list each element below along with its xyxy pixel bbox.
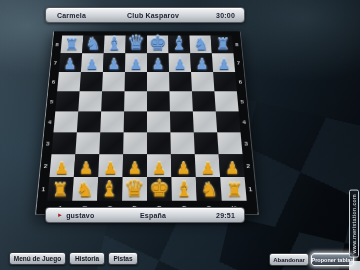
square-h5[interactable] (214, 91, 238, 111)
player-name: gustavo (66, 212, 94, 219)
piece-blue-pawn: ♟ (147, 57, 169, 71)
piece-gold-bishop: ♝ (97, 179, 122, 200)
square-c8[interactable]: ♝ (104, 35, 126, 53)
square-f6[interactable] (169, 72, 192, 91)
opponent-location: Club Kasparov (117, 12, 189, 19)
square-f2[interactable]: ♟ (171, 154, 196, 177)
square-d4[interactable] (124, 111, 147, 132)
square-g1[interactable]: ♞ (196, 177, 222, 201)
piece-gold-queen: ♛ (122, 177, 147, 200)
square-g2[interactable]: ♟ (195, 154, 220, 177)
rank-label-6: 6 (235, 72, 246, 91)
square-a5[interactable] (55, 91, 79, 111)
piece-gold-knight: ♞ (72, 180, 97, 199)
square-d8[interactable]: ♛ (125, 35, 147, 53)
piece-blue-pawn: ♟ (213, 57, 235, 71)
square-f4[interactable] (170, 111, 194, 132)
player-location: España (117, 212, 189, 219)
piece-gold-rook: ♜ (222, 181, 247, 199)
square-h1[interactable]: ♜ (220, 177, 247, 201)
square-a6[interactable] (57, 72, 81, 91)
square-g5[interactable] (192, 91, 216, 111)
square-b6[interactable] (80, 72, 103, 91)
square-d7[interactable]: ♟ (125, 53, 147, 72)
piece-blue-pawn: ♟ (81, 57, 103, 71)
square-e8[interactable]: ♚ (147, 35, 169, 53)
opponent-bar: Carmela Club Kasparov 30:00 (45, 7, 245, 23)
square-a2[interactable]: ♟ (49, 154, 75, 177)
square-c7[interactable]: ♟ (103, 53, 125, 72)
square-e3[interactable] (147, 132, 171, 154)
square-b5[interactable] (78, 91, 102, 111)
opponent-clock: 30:00 (189, 12, 244, 19)
piece-gold-king: ♚ (147, 177, 172, 200)
square-g8[interactable]: ♞ (189, 35, 211, 53)
watermark-logo-fragment (349, 261, 360, 270)
square-f7[interactable]: ♟ (169, 53, 191, 72)
opponent-name: Carmela (46, 12, 117, 19)
piece-blue-queen: ♛ (125, 33, 147, 53)
piece-blue-bishop: ♝ (104, 35, 126, 53)
square-c2[interactable]: ♟ (98, 154, 123, 177)
square-c5[interactable] (101, 91, 124, 111)
square-g7[interactable]: ♟ (190, 53, 213, 72)
piece-gold-knight: ♞ (197, 180, 222, 199)
offer-draw-button[interactable]: Proponer tablas (311, 253, 354, 266)
square-c4[interactable] (100, 111, 124, 132)
piece-blue-pawn: ♟ (59, 57, 81, 71)
square-a8[interactable]: ♜ (61, 35, 84, 53)
square-g3[interactable] (194, 132, 219, 154)
square-a1[interactable]: ♜ (47, 177, 74, 201)
piece-blue-king: ♚ (147, 33, 169, 53)
square-g4[interactable] (193, 111, 217, 132)
square-a3[interactable] (51, 132, 76, 154)
rank-label-7: 7 (233, 53, 243, 72)
square-e7[interactable]: ♟ (147, 53, 169, 72)
player-bar: ► gustavo España 29:51 (45, 207, 245, 223)
square-d5[interactable] (124, 91, 147, 111)
hints-button[interactable]: Pistas (108, 252, 138, 265)
square-h8[interactable]: ♜ (211, 35, 234, 53)
piece-blue-knight: ♞ (190, 36, 212, 53)
piece-gold-rook: ♜ (47, 181, 72, 199)
piece-blue-pawn: ♟ (191, 57, 213, 71)
square-f1[interactable]: ♝ (171, 177, 196, 201)
watermark: www.meristation.com (349, 190, 359, 258)
piece-gold-pawn: ♟ (147, 160, 171, 176)
square-b8[interactable]: ♞ (82, 35, 104, 53)
piece-blue-bishop: ♝ (169, 35, 191, 53)
square-e6[interactable] (147, 72, 169, 91)
square-e4[interactable] (147, 111, 170, 132)
square-c1[interactable]: ♝ (97, 177, 122, 201)
player-clock: 29:51 (189, 212, 244, 219)
piece-blue-pawn: ♟ (103, 57, 125, 71)
piece-blue-knight: ♞ (82, 36, 104, 53)
board-grid: ♜♞♝♛♚♝♞♜♟♟♟♟♟♟♟♟♟♟♟♟♟♟♟♟♜♞♝♛♚♝♞♜ (47, 35, 246, 200)
square-c3[interactable] (99, 132, 123, 154)
piece-blue-pawn: ♟ (169, 57, 191, 71)
chess-game-screen: Carmela Club Kasparov 30:00 87654321 ♜♞♝… (0, 0, 360, 270)
square-b7[interactable]: ♟ (81, 53, 104, 72)
piece-gold-bishop: ♝ (172, 179, 197, 200)
piece-gold-pawn: ♟ (196, 160, 220, 176)
square-d3[interactable] (123, 132, 147, 154)
square-d1[interactable]: ♛ (122, 177, 147, 201)
square-b4[interactable] (77, 111, 101, 132)
square-b2[interactable]: ♟ (74, 154, 99, 177)
chess-board[interactable]: 87654321 ♜♞♝♛♚♝♞♜♟♟♟♟♟♟♟♟♟♟♟♟♟♟♟♟♜♞♝♛♚♝♞… (45, 14, 249, 216)
piece-gold-pawn: ♟ (171, 160, 195, 176)
board-3d: 87654321 ♜♞♝♛♚♝♞♜♟♟♟♟♟♟♟♟♟♟♟♟♟♟♟♟♜♞♝♛♚♝♞… (35, 32, 259, 215)
square-h2[interactable]: ♟ (219, 154, 245, 177)
square-d2[interactable]: ♟ (123, 154, 147, 177)
piece-gold-pawn: ♟ (74, 160, 98, 176)
rank-label-8: 8 (232, 35, 242, 53)
square-f3[interactable] (170, 132, 194, 154)
piece-blue-rook: ♜ (61, 37, 83, 53)
square-a7[interactable]: ♟ (59, 53, 82, 72)
square-e2[interactable]: ♟ (147, 154, 171, 177)
resign-button[interactable]: Abandonar (269, 253, 309, 266)
square-c6[interactable] (102, 72, 125, 91)
square-f8[interactable]: ♝ (168, 35, 190, 53)
square-d6[interactable] (125, 72, 147, 91)
piece-blue-rook: ♜ (212, 37, 234, 53)
square-h7[interactable]: ♟ (212, 53, 235, 72)
piece-gold-pawn: ♟ (123, 160, 147, 176)
square-b1[interactable]: ♞ (72, 177, 98, 201)
square-h6[interactable] (213, 72, 237, 91)
piece-gold-pawn: ♟ (220, 160, 244, 176)
history-button[interactable]: Historia (69, 252, 105, 265)
square-f5[interactable] (169, 91, 192, 111)
square-g6[interactable] (191, 72, 214, 91)
square-h4[interactable] (216, 111, 241, 132)
turn-indicator-icon: ► (57, 212, 63, 218)
piece-blue-pawn: ♟ (125, 57, 147, 71)
piece-gold-pawn: ♟ (50, 160, 74, 176)
square-b3[interactable] (75, 132, 100, 154)
square-e1[interactable]: ♚ (147, 177, 172, 201)
square-h3[interactable] (217, 132, 242, 154)
game-menu-button[interactable]: Menú de Juego (9, 252, 66, 265)
piece-gold-pawn: ♟ (98, 160, 122, 176)
square-e5[interactable] (147, 91, 170, 111)
square-a4[interactable] (53, 111, 78, 132)
